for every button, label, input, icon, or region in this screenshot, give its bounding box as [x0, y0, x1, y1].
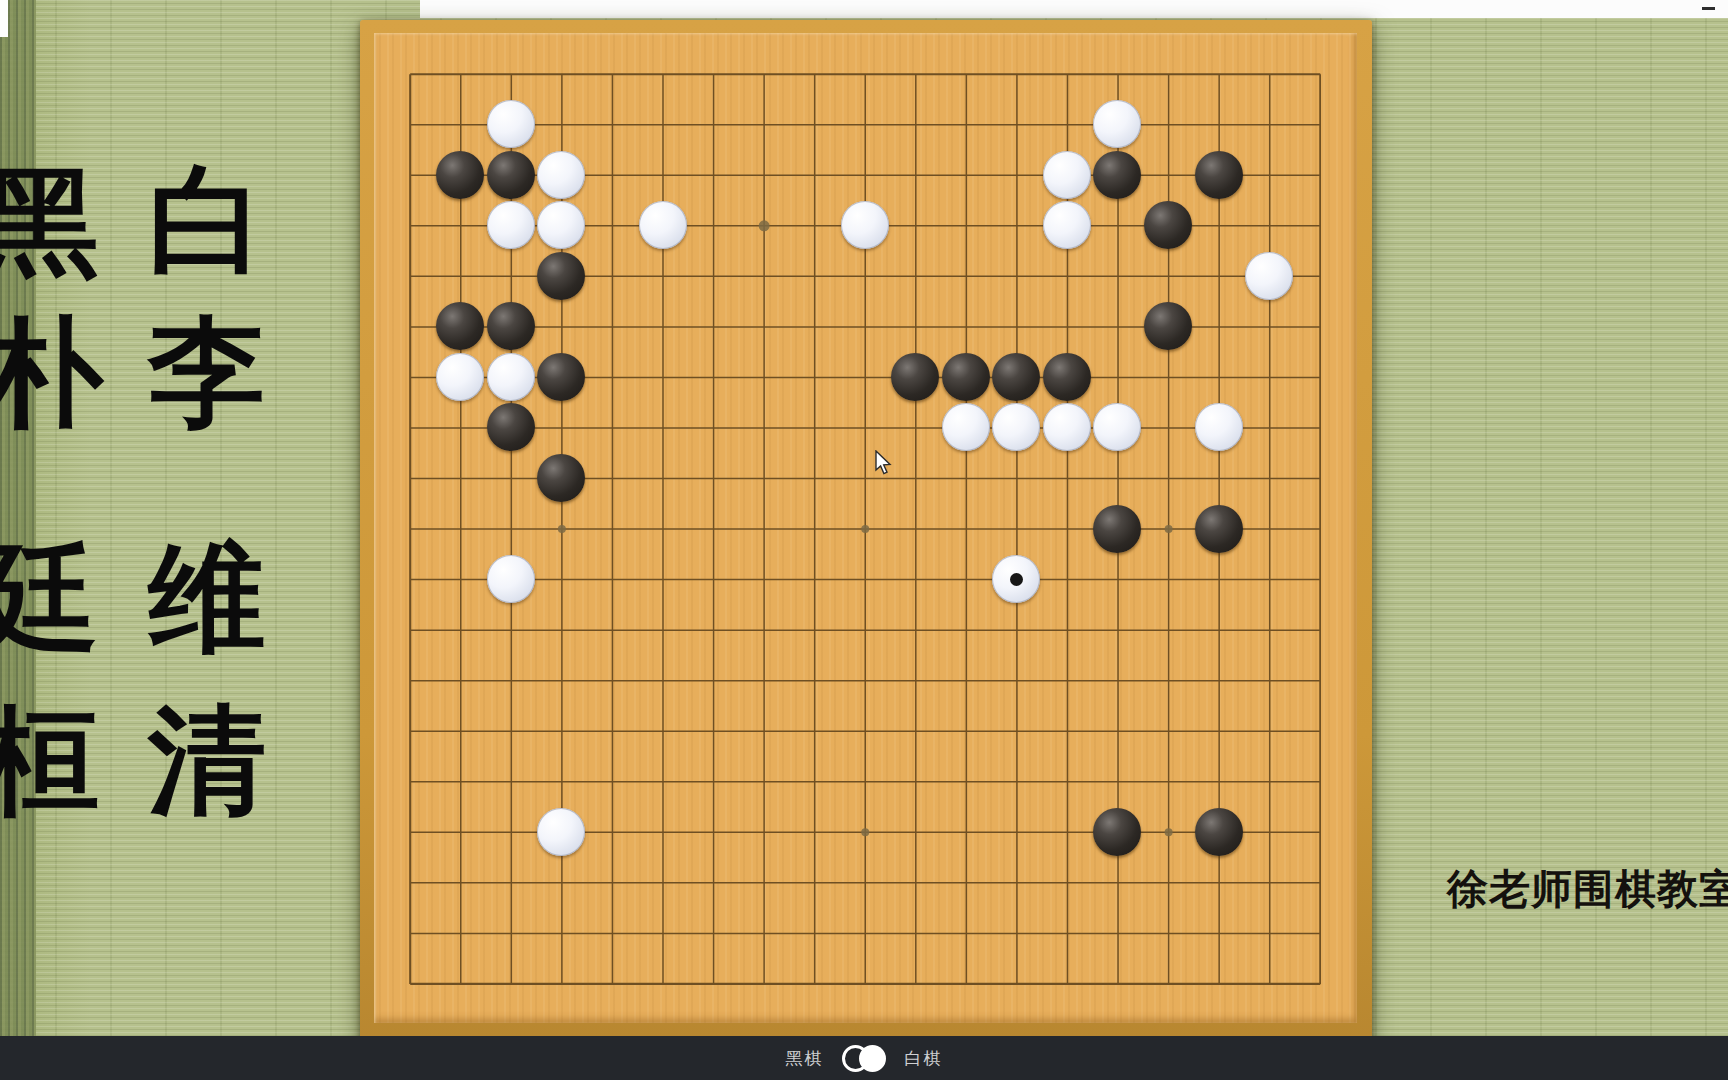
white-stone	[841, 201, 889, 249]
mouse-cursor	[874, 450, 896, 480]
black-name-char-3: 桓	[0, 701, 99, 819]
stone-color-toggle[interactable]	[842, 1044, 887, 1073]
white-stone	[1043, 151, 1091, 199]
black-stone	[487, 403, 535, 451]
watermark-text: 徐老师围棋教室	[1447, 862, 1728, 917]
white-name-char-1: 李	[148, 313, 266, 431]
white-stone	[992, 555, 1040, 603]
white-stone	[639, 201, 687, 249]
black-stone	[487, 302, 535, 350]
window-title-strip	[420, 0, 1728, 18]
white-stone	[992, 403, 1040, 451]
black-stone	[1195, 151, 1243, 199]
black-stone	[537, 353, 585, 401]
white-stone	[1195, 403, 1243, 451]
white-stone	[487, 201, 535, 249]
black-stone	[537, 252, 585, 300]
screen: 黑 朴 廷 桓 白 李 维 清 徐老师围棋教室 黑棋 白棋	[0, 0, 1728, 1080]
white-toggle-label: 白棋	[905, 1047, 943, 1070]
black-stone	[1093, 151, 1141, 199]
white-stone	[537, 201, 585, 249]
last-move-marker	[1010, 573, 1023, 586]
black-stone	[1144, 302, 1192, 350]
black-stone	[1043, 353, 1091, 401]
white-stone	[537, 151, 585, 199]
white-stone	[1093, 100, 1141, 148]
white-stone	[537, 808, 585, 856]
black-label-char: 黑	[0, 163, 99, 281]
white-stone	[487, 353, 535, 401]
white-stone	[1043, 403, 1091, 451]
black-stone	[992, 353, 1040, 401]
black-stone	[1144, 201, 1192, 249]
black-stone	[436, 302, 484, 350]
white-stone	[487, 100, 535, 148]
white-stone	[436, 353, 484, 401]
black-stone	[891, 353, 939, 401]
white-name-char-2: 维	[148, 539, 266, 657]
black-stone	[1093, 505, 1141, 553]
black-stone	[487, 151, 535, 199]
black-stone	[942, 353, 990, 401]
minimize-button[interactable]	[1694, 0, 1722, 17]
white-stone	[942, 403, 990, 451]
black-stone	[1195, 505, 1243, 553]
stones-layer[interactable]	[385, 49, 1345, 1009]
white-stone	[1043, 201, 1091, 249]
white-label-char: 白	[148, 161, 266, 279]
white-stone	[487, 555, 535, 603]
white-stone	[1093, 403, 1141, 451]
top-left-sliver	[0, 0, 8, 37]
bottom-bar: 黑棋 白棋	[0, 1036, 1728, 1080]
black-name-char-1: 朴	[0, 313, 102, 431]
black-name-char-2: 廷	[0, 539, 99, 657]
black-stone	[537, 454, 585, 502]
white-stone-toggle-icon	[859, 1045, 886, 1072]
black-stone	[1093, 808, 1141, 856]
minimize-dash-icon	[1702, 7, 1715, 10]
white-stone	[1245, 252, 1293, 300]
black-toggle-label: 黑棋	[786, 1047, 824, 1070]
black-stone	[1195, 808, 1243, 856]
black-stone	[436, 151, 484, 199]
white-name-char-3: 清	[148, 701, 266, 819]
